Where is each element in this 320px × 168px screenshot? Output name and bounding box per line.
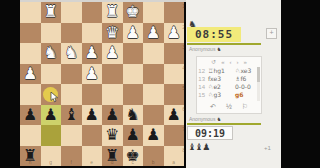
- piece-wQ-d2[interactable]: ♛: [102, 23, 123, 44]
- move-row-13: 13fxe3♗f6: [197, 75, 261, 83]
- square-f5[interactable]: [61, 84, 82, 105]
- draw-offer-icon[interactable]: ½: [226, 103, 232, 111]
- player-name-label: Anonymous: [189, 116, 215, 122]
- square-d2[interactable]: ♛: [102, 23, 123, 44]
- piece-wP-e4[interactable]: ♟: [82, 64, 103, 85]
- square-f3[interactable]: ♞: [61, 43, 82, 64]
- square-d7[interactable]: ♛: [102, 125, 123, 146]
- rank-label-8: 8: [180, 148, 185, 153]
- square-h7[interactable]: [20, 125, 41, 146]
- file-label-g: g: [41, 160, 62, 165]
- player-name-label: Anonymous: [189, 46, 215, 52]
- square-c3[interactable]: [123, 43, 144, 64]
- square-h6[interactable]: ♟: [20, 105, 41, 126]
- move-white-12[interactable]: ♖hg1: [208, 67, 235, 75]
- file-label-a: a: [164, 160, 185, 165]
- player-badge-icon: ♞: [217, 46, 221, 52]
- rank-label-6: 6: [180, 107, 185, 112]
- square-f7[interactable]: [61, 125, 82, 146]
- square-b4[interactable]: [143, 64, 164, 85]
- square-c4[interactable]: [123, 64, 144, 85]
- move-number: 12: [197, 67, 205, 75]
- white-player-name: Anonymous ♞: [189, 46, 221, 52]
- move-row-14: 14♘e20-0-0: [197, 83, 261, 91]
- file-label-d: d: [102, 160, 123, 165]
- square-d6[interactable]: ♟: [102, 105, 123, 126]
- piece-bP-e6[interactable]: ♟: [82, 105, 103, 126]
- rank-label-3: 3: [180, 45, 185, 50]
- square-e5[interactable]: [82, 84, 103, 105]
- piece-bQ-d7[interactable]: ♛: [102, 125, 123, 146]
- square-e4[interactable]: ♟: [82, 64, 103, 85]
- add-time-button[interactable]: +: [266, 28, 277, 39]
- rank-label-7: 7: [180, 127, 185, 132]
- rank-label-1: 1: [180, 4, 185, 9]
- square-c2[interactable]: ♟: [123, 23, 144, 44]
- square-f1[interactable]: [61, 2, 82, 23]
- piece-bP-h6[interactable]: ♟: [20, 105, 41, 126]
- piece-wP-c2[interactable]: ♟: [123, 23, 144, 44]
- move-list-panel: ↺«‹›» 12♖hg1♘xe313fxe3♗f614♘e20-0-015♘g3…: [196, 56, 262, 114]
- square-h3[interactable]: [20, 43, 41, 64]
- piece-bB-f6[interactable]: ♝: [61, 105, 82, 126]
- file-label-c: c: [123, 160, 144, 165]
- square-d1[interactable]: ♜: [102, 2, 123, 23]
- move-white-15[interactable]: ♘g3: [208, 91, 235, 99]
- piece-bN-c6[interactable]: ♞: [123, 105, 144, 126]
- prev-move-icon[interactable]: ‹: [230, 59, 232, 66]
- move-nav-toolbar: ↺«‹›»: [197, 57, 261, 67]
- move-white-13[interactable]: fxe3: [208, 75, 235, 83]
- square-g7[interactable]: [41, 125, 62, 146]
- rank-label-2: 2: [180, 25, 185, 30]
- square-b6[interactable]: [143, 105, 164, 126]
- square-d5[interactable]: [102, 84, 123, 105]
- move-number: 13: [197, 75, 205, 83]
- game-sidebar: ♞ 08:55 + Anonymous ♞ ↺«‹›» 12♖hg1♘xe313…: [186, 0, 281, 168]
- material-advantage-label: +1: [264, 145, 271, 151]
- rank-label-4: 4: [180, 66, 185, 71]
- player-badge-icon: ♞: [217, 116, 221, 122]
- square-f6[interactable]: ♝: [61, 105, 82, 126]
- square-b7[interactable]: ♟: [143, 125, 164, 146]
- square-e1[interactable]: [82, 2, 103, 23]
- square-e2[interactable]: [82, 23, 103, 44]
- piece-wP-d3[interactable]: ♟: [102, 43, 123, 64]
- square-e3[interactable]: ♟: [82, 43, 103, 64]
- scrollbar-thumb[interactable]: [257, 67, 260, 82]
- piece-bP-g6[interactable]: ♟: [41, 105, 62, 126]
- black-player-name: Anonymous ♞: [189, 116, 221, 122]
- white-player-clock: 08:55: [187, 27, 241, 42]
- piece-wP-e3[interactable]: ♟: [82, 43, 103, 64]
- file-label-h: h: [20, 160, 41, 165]
- piece-wN-f3[interactable]: ♞: [61, 43, 82, 64]
- piece-wK-c1[interactable]: ♚: [123, 2, 144, 23]
- piece-bP-b7[interactable]: ♟: [143, 125, 164, 146]
- move-number: 14: [197, 83, 205, 91]
- piece-wR-d1[interactable]: ♜: [102, 2, 123, 23]
- move-list-scrollbar[interactable]: [257, 67, 260, 101]
- last-move-icon[interactable]: »: [244, 59, 247, 66]
- mouse-cursor-icon: [50, 92, 59, 103]
- square-e6[interactable]: ♟: [82, 105, 103, 126]
- file-label-b: b: [143, 160, 164, 165]
- square-g1[interactable]: ♜: [41, 2, 62, 23]
- square-h5[interactable]: [20, 84, 41, 105]
- square-c6[interactable]: ♞: [123, 105, 144, 126]
- square-h1[interactable]: [20, 2, 41, 23]
- move-row-12: 12♖hg1♘xe3: [197, 67, 261, 75]
- black-player-clock: 09:19: [187, 126, 233, 140]
- square-h4[interactable]: ♟: [20, 64, 41, 85]
- file-label-f: f: [61, 160, 82, 165]
- square-g4[interactable]: [41, 64, 62, 85]
- square-h2[interactable]: [20, 23, 41, 44]
- separator-line-top: [187, 43, 261, 45]
- piece-wR-g1[interactable]: ♜: [41, 2, 62, 23]
- square-b1[interactable]: [143, 2, 164, 23]
- piece-wP-h4[interactable]: ♟: [20, 64, 41, 85]
- captured-pieces-tray: ♝♝♟: [188, 142, 209, 152]
- piece-wN-g3[interactable]: ♞: [41, 43, 62, 64]
- square-f2[interactable]: [61, 23, 82, 44]
- move-white-14[interactable]: ♘e2: [208, 83, 235, 91]
- square-d4[interactable]: [102, 64, 123, 85]
- first-move-icon[interactable]: «: [221, 59, 224, 66]
- piece-bP-d6[interactable]: ♟: [102, 105, 123, 126]
- square-b5[interactable]: [143, 84, 164, 105]
- game-action-buttons: ↶½⚐: [197, 103, 261, 111]
- takeback-icon[interactable]: ↶: [210, 103, 216, 111]
- square-d3[interactable]: ♟: [102, 43, 123, 64]
- square-f4[interactable]: [61, 64, 82, 85]
- square-g2[interactable]: [41, 23, 62, 44]
- square-c7[interactable]: ♟: [123, 125, 144, 146]
- file-label-e: e: [82, 160, 103, 165]
- square-g3[interactable]: ♞: [41, 43, 62, 64]
- square-e7[interactable]: [82, 125, 103, 146]
- resign-flag-icon[interactable]: ⚐: [242, 103, 248, 111]
- move-list: 12♖hg1♘xe313fxe3♗f614♘e20-0-015♘g3g6: [197, 67, 261, 99]
- piece-wP-b2[interactable]: ♟: [143, 23, 164, 44]
- move-number: 15: [197, 91, 205, 99]
- piece-bP-c7[interactable]: ♟: [123, 125, 144, 146]
- flip-icon[interactable]: ↺: [211, 59, 216, 66]
- chess-board: ♜♜♚♛♟♟♟♞♞♟♟♟♟♟♟♝♟♟♞♟♛♟♟♜♜♚: [20, 2, 184, 166]
- square-b3[interactable]: [143, 43, 164, 64]
- move-row-15: 15♘g3g6: [197, 91, 261, 99]
- rank-label-5: 5: [180, 86, 185, 91]
- square-c5[interactable]: [123, 84, 144, 105]
- separator-line-bottom: [187, 123, 261, 125]
- square-g5[interactable]: [41, 84, 62, 105]
- square-c1[interactable]: ♚: [123, 2, 144, 23]
- square-g6[interactable]: ♟: [41, 105, 62, 126]
- square-b2[interactable]: ♟: [143, 23, 164, 44]
- next-move-icon[interactable]: ›: [237, 59, 239, 66]
